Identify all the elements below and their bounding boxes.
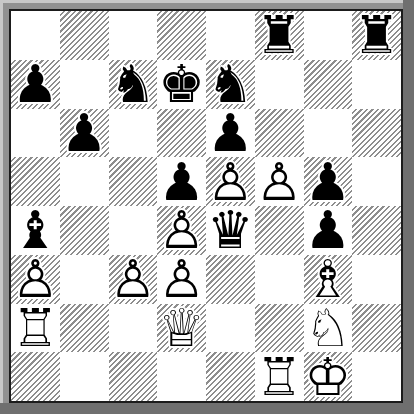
- square-b7[interactable]: [60, 60, 109, 109]
- piece-black-rook: ♜♜: [255, 11, 304, 60]
- black-king-halo: ♚: [157, 60, 206, 109]
- black-queen-glyph: ♛: [206, 206, 255, 255]
- square-b2[interactable]: [60, 304, 109, 353]
- piece-white-pawn: ♟♙: [206, 157, 255, 206]
- square-b4[interactable]: [60, 206, 109, 255]
- black-pawn-halo: ♟: [304, 206, 353, 255]
- piece-white-pawn: ♟♙: [109, 255, 158, 304]
- chess-board: ♜♜♜♜♟♟♞♞♚♚♞♞♟♟♟♟♟♟♟♙♟♙♟♟♝♝♟♙♛♛♟♟♟♙♟♙♟♙♝♗…: [9, 9, 403, 403]
- square-c8[interactable]: [109, 11, 158, 60]
- black-rook-glyph: ♜: [255, 11, 304, 60]
- square-a5[interactable]: [11, 157, 60, 206]
- square-h7[interactable]: [352, 60, 401, 109]
- black-pawn-glyph: ♟: [60, 109, 109, 158]
- square-e4[interactable]: ♛♛: [206, 206, 255, 255]
- piece-black-pawn: ♟♟: [60, 109, 109, 158]
- black-pawn-halo: ♟: [60, 109, 109, 158]
- square-h1[interactable]: [352, 352, 401, 401]
- square-e1[interactable]: [206, 352, 255, 401]
- square-h5[interactable]: [352, 157, 401, 206]
- black-knight-glyph: ♞: [109, 60, 158, 109]
- square-f3[interactable]: [255, 255, 304, 304]
- square-d2[interactable]: ♛♕: [157, 304, 206, 353]
- piece-white-knight: ♞♘: [304, 304, 353, 353]
- white-king-glyph: ♔: [304, 352, 353, 401]
- piece-black-pawn: ♟♟: [157, 157, 206, 206]
- black-rook-halo: ♜: [255, 11, 304, 60]
- square-d6[interactable]: [157, 109, 206, 158]
- black-bishop-halo: ♝: [11, 206, 60, 255]
- black-pawn-halo: ♟: [157, 157, 206, 206]
- piece-white-rook: ♜♖: [11, 304, 60, 353]
- white-pawn-glyph: ♙: [206, 157, 255, 206]
- white-bishop-glyph: ♗: [304, 255, 353, 304]
- square-a1[interactable]: [11, 352, 60, 401]
- square-d8[interactable]: [157, 11, 206, 60]
- black-queen-halo: ♛: [206, 206, 255, 255]
- square-b5[interactable]: [60, 157, 109, 206]
- square-b1[interactable]: [60, 352, 109, 401]
- piece-black-king: ♚♚: [157, 60, 206, 109]
- piece-white-pawn: ♟♙: [11, 255, 60, 304]
- black-rook-halo: ♜: [352, 11, 401, 60]
- white-pawn-glyph: ♙: [157, 255, 206, 304]
- black-knight-halo: ♞: [206, 60, 255, 109]
- white-pawn-glyph: ♙: [11, 255, 60, 304]
- white-pawn-halo: ♟: [206, 157, 255, 206]
- square-h6[interactable]: [352, 109, 401, 158]
- black-rook-glyph: ♜: [352, 11, 401, 60]
- black-pawn-glyph: ♟: [11, 60, 60, 109]
- piece-black-pawn: ♟♟: [206, 109, 255, 158]
- piece-black-queen: ♛♛: [206, 206, 255, 255]
- black-pawn-glyph: ♟: [304, 206, 353, 255]
- square-b3[interactable]: [60, 255, 109, 304]
- white-rook-halo: ♜: [11, 304, 60, 353]
- square-a8[interactable]: [11, 11, 60, 60]
- square-h4[interactable]: [352, 206, 401, 255]
- white-pawn-halo: ♟: [109, 255, 158, 304]
- white-knight-halo: ♞: [304, 304, 353, 353]
- white-pawn-halo: ♟: [11, 255, 60, 304]
- square-e3[interactable]: [206, 255, 255, 304]
- piece-white-queen: ♛♕: [157, 304, 206, 353]
- black-pawn-glyph: ♟: [157, 157, 206, 206]
- piece-black-pawn: ♟♟: [304, 206, 353, 255]
- square-g5[interactable]: ♟♟: [304, 157, 353, 206]
- white-pawn-halo: ♟: [157, 206, 206, 255]
- black-knight-glyph: ♞: [206, 60, 255, 109]
- square-d1[interactable]: [157, 352, 206, 401]
- square-f6[interactable]: [255, 109, 304, 158]
- piece-white-pawn: ♟♙: [157, 255, 206, 304]
- square-e5[interactable]: ♟♙: [206, 157, 255, 206]
- piece-black-pawn: ♟♟: [11, 60, 60, 109]
- square-a7[interactable]: ♟♟: [11, 60, 60, 109]
- square-c3[interactable]: ♟♙: [109, 255, 158, 304]
- square-c2[interactable]: [109, 304, 158, 353]
- black-bishop-glyph: ♝: [11, 206, 60, 255]
- square-c6[interactable]: [109, 109, 158, 158]
- square-g3[interactable]: ♝♗: [304, 255, 353, 304]
- black-pawn-glyph: ♟: [304, 157, 353, 206]
- square-d3[interactable]: ♟♙: [157, 255, 206, 304]
- board-frame: ♜♜♜♜♟♟♞♞♚♚♞♞♟♟♟♟♟♟♟♙♟♙♟♟♝♝♟♙♛♛♟♟♟♙♟♙♟♙♝♗…: [0, 0, 414, 414]
- white-pawn-glyph: ♙: [157, 206, 206, 255]
- square-e7[interactable]: ♞♞: [206, 60, 255, 109]
- square-c4[interactable]: [109, 206, 158, 255]
- square-g6[interactable]: [304, 109, 353, 158]
- black-pawn-halo: ♟: [206, 109, 255, 158]
- square-f4[interactable]: [255, 206, 304, 255]
- square-g2[interactable]: ♞♘: [304, 304, 353, 353]
- piece-black-bishop: ♝♝: [11, 206, 60, 255]
- square-f1[interactable]: ♜♖: [255, 352, 304, 401]
- black-king-glyph: ♚: [157, 60, 206, 109]
- square-g4[interactable]: ♟♟: [304, 206, 353, 255]
- white-pawn-halo: ♟: [255, 157, 304, 206]
- white-bishop-halo: ♝: [304, 255, 353, 304]
- square-d7[interactable]: ♚♚: [157, 60, 206, 109]
- square-e2[interactable]: [206, 304, 255, 353]
- square-c7[interactable]: ♞♞: [109, 60, 158, 109]
- piece-black-rook: ♜♜: [352, 11, 401, 60]
- square-a4[interactable]: ♝♝: [11, 206, 60, 255]
- square-h2[interactable]: [352, 304, 401, 353]
- piece-black-knight: ♞♞: [109, 60, 158, 109]
- square-h3[interactable]: [352, 255, 401, 304]
- piece-white-pawn: ♟♙: [157, 206, 206, 255]
- piece-black-knight: ♞♞: [206, 60, 255, 109]
- square-f7[interactable]: [255, 60, 304, 109]
- square-f2[interactable]: [255, 304, 304, 353]
- white-rook-halo: ♜: [255, 352, 304, 401]
- white-pawn-glyph: ♙: [255, 157, 304, 206]
- square-e8[interactable]: [206, 11, 255, 60]
- square-a6[interactable]: [11, 109, 60, 158]
- square-f5[interactable]: ♟♙: [255, 157, 304, 206]
- square-b8[interactable]: [60, 11, 109, 60]
- white-queen-halo: ♛: [157, 304, 206, 353]
- piece-white-rook: ♜♖: [255, 352, 304, 401]
- square-g1[interactable]: ♚♔: [304, 352, 353, 401]
- square-e6[interactable]: ♟♟: [206, 109, 255, 158]
- black-pawn-halo: ♟: [11, 60, 60, 109]
- piece-black-pawn: ♟♟: [304, 157, 353, 206]
- white-queen-glyph: ♕: [157, 304, 206, 353]
- piece-white-bishop: ♝♗: [304, 255, 353, 304]
- white-pawn-glyph: ♙: [109, 255, 158, 304]
- square-c1[interactable]: [109, 352, 158, 401]
- white-pawn-halo: ♟: [157, 255, 206, 304]
- square-a2[interactable]: ♜♖: [11, 304, 60, 353]
- square-g7[interactable]: [304, 60, 353, 109]
- square-b6[interactable]: ♟♟: [60, 109, 109, 158]
- piece-white-pawn: ♟♙: [255, 157, 304, 206]
- black-pawn-glyph: ♟: [206, 109, 255, 158]
- white-rook-glyph: ♖: [255, 352, 304, 401]
- square-g8[interactable]: [304, 11, 353, 60]
- square-c5[interactable]: [109, 157, 158, 206]
- square-d4[interactable]: ♟♙: [157, 206, 206, 255]
- piece-white-king: ♚♔: [304, 352, 353, 401]
- square-d5[interactable]: ♟♟: [157, 157, 206, 206]
- square-h8[interactable]: ♜♜: [352, 11, 401, 60]
- white-king-halo: ♚: [304, 352, 353, 401]
- black-pawn-halo: ♟: [304, 157, 353, 206]
- white-knight-glyph: ♘: [304, 304, 353, 353]
- square-f8[interactable]: ♜♜: [255, 11, 304, 60]
- white-rook-glyph: ♖: [11, 304, 60, 353]
- square-a3[interactable]: ♟♙: [11, 255, 60, 304]
- black-knight-halo: ♞: [109, 60, 158, 109]
